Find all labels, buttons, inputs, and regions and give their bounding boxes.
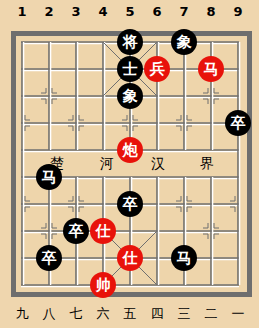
piece-red-cannon[interactable]: 炮	[117, 137, 143, 163]
piece-red-horse[interactable]: 马	[198, 56, 224, 82]
file-label-1: 九	[12, 306, 32, 322]
file-label-8: 二	[201, 306, 221, 322]
piece-black-advisor[interactable]: 士	[117, 56, 143, 82]
column-label-4: 4	[93, 4, 113, 20]
piece-red-general[interactable]: 帅	[90, 272, 116, 298]
column-label-8: 8	[201, 4, 221, 20]
river-text-4: 界	[198, 155, 216, 171]
column-label-5: 5	[120, 4, 140, 20]
file-label-3: 七	[66, 306, 86, 322]
file-label-6: 四	[147, 306, 167, 322]
piece-black-horse[interactable]: 马	[36, 164, 62, 190]
piece-red-soldier[interactable]: 兵	[144, 56, 170, 82]
file-label-4: 六	[93, 306, 113, 322]
piece-black-elephant[interactable]: 象	[117, 83, 143, 109]
file-label-7: 三	[174, 306, 194, 322]
column-label-6: 6	[147, 4, 167, 20]
piece-red-advisor[interactable]: 仕	[117, 245, 143, 271]
column-label-1: 1	[12, 4, 32, 20]
piece-black-soldier[interactable]: 卒	[36, 245, 62, 271]
xiangqi-app: { "game": "xiangqi", "title": "Xiangqi (…	[0, 0, 259, 328]
river-text-3: 汉	[149, 155, 167, 171]
column-label-3: 3	[66, 4, 86, 20]
piece-black-elephant[interactable]: 象	[171, 29, 197, 55]
piece-red-advisor[interactable]: 仕	[90, 218, 116, 244]
piece-black-soldier[interactable]: 卒	[225, 110, 251, 136]
piece-black-horse[interactable]: 马	[171, 245, 197, 271]
file-label-5: 五	[120, 306, 140, 322]
river-text-2: 河	[98, 155, 116, 171]
column-label-9: 9	[228, 4, 248, 20]
piece-black-soldier[interactable]: 卒	[63, 218, 89, 244]
file-label-9: 一	[228, 306, 248, 322]
xiangqi-board: 楚河汉界将象士兵马象卒炮马卒卒仕卒仕马帅	[11, 31, 252, 297]
column-label-2: 2	[39, 4, 59, 20]
piece-black-soldier[interactable]: 卒	[117, 191, 143, 217]
column-label-7: 7	[174, 4, 194, 20]
file-label-2: 八	[39, 306, 59, 322]
piece-black-general[interactable]: 将	[117, 29, 143, 55]
